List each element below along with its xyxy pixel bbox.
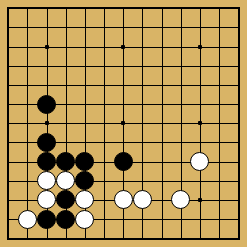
grid-line-vertical [162,8,163,238]
star-point [198,198,202,202]
black-stone [56,210,75,229]
black-stone [114,152,133,171]
grid-line-vertical [219,8,220,238]
white-stone [75,210,94,229]
black-stone [37,210,56,229]
star-point [198,121,202,125]
star-point [45,121,49,125]
star-point [121,121,125,125]
white-stone [18,210,37,229]
black-stone [37,95,56,114]
black-stone [37,133,56,152]
star-point [121,45,125,49]
star-point [45,45,49,49]
go-board[interactable] [0,0,247,247]
star-point [198,45,202,49]
